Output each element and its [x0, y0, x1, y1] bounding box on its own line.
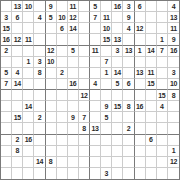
- cell-value: 11: [70, 3, 77, 10]
- cell-r8c16[interactable]: 10: [168, 79, 179, 90]
- cell-r13c7[interactable]: [68, 135, 79, 146]
- cell-r16c2[interactable]: [12, 168, 23, 179]
- cell-r4c7[interactable]: [68, 34, 79, 45]
- cell-r4c16[interactable]: 9: [168, 34, 179, 45]
- cell-r3c14[interactable]: [146, 23, 157, 34]
- cell-r7c5[interactable]: [46, 68, 57, 79]
- cell-r14c9[interactable]: [90, 146, 101, 157]
- cell-r2c16[interactable]: 13: [168, 12, 179, 23]
- cell-r9c6[interactable]: [57, 90, 68, 101]
- cell-r15c12[interactable]: [123, 157, 134, 168]
- cell-r14c14[interactable]: [146, 146, 157, 157]
- cell-r3c16[interactable]: 11: [168, 23, 179, 34]
- cell-r12c16[interactable]: [168, 123, 179, 134]
- cell-value: 9: [49, 3, 53, 10]
- cell-r11c10[interactable]: 5: [101, 112, 112, 123]
- cell-r4c15[interactable]: 1: [157, 34, 168, 45]
- cell-r10c3[interactable]: 14: [23, 101, 34, 112]
- cell-r4c6[interactable]: [57, 34, 68, 45]
- cell-r4c13[interactable]: [135, 34, 146, 45]
- cell-r11c15[interactable]: [157, 112, 168, 123]
- cell-value: 2: [60, 69, 64, 76]
- cell-r3c15[interactable]: [157, 23, 168, 34]
- cell-r4c3[interactable]: 11: [23, 34, 34, 45]
- cell-r8c13[interactable]: [135, 79, 146, 90]
- cell-r1c7[interactable]: 11: [68, 1, 79, 12]
- cell-r8c2[interactable]: 14: [12, 79, 23, 90]
- cell-r9c10[interactable]: [101, 90, 112, 101]
- cell-r12c7[interactable]: [68, 123, 79, 134]
- cell-r16c7[interactable]: [68, 168, 79, 179]
- cell-r9c7[interactable]: [68, 90, 79, 101]
- cell-r5c8[interactable]: [79, 46, 90, 57]
- cell-value: 4: [93, 80, 97, 87]
- cell-r1c11[interactable]: 16: [112, 1, 123, 12]
- cell-r10c7[interactable]: [68, 101, 79, 112]
- cell-r7c12[interactable]: [123, 68, 134, 79]
- cell-r3c9[interactable]: [90, 23, 101, 34]
- cell-value: 5: [104, 114, 108, 121]
- cell-r6c5[interactable]: 10: [46, 57, 57, 68]
- cell-r16c14[interactable]: [146, 168, 157, 179]
- cell-r11c1[interactable]: [1, 112, 12, 123]
- cell-r13c9[interactable]: [90, 135, 101, 146]
- cell-r12c1[interactable]: [1, 123, 12, 134]
- cell-r14c8[interactable]: [79, 146, 90, 157]
- cell-r9c3[interactable]: [23, 90, 34, 101]
- cell-r3c5[interactable]: [46, 23, 57, 34]
- cell-r4c1[interactable]: 16: [1, 34, 12, 45]
- cell-r16c4[interactable]: [34, 168, 45, 179]
- cell-value: 13: [92, 125, 99, 132]
- cell-r7c11[interactable]: 14: [112, 68, 123, 79]
- cell-r13c5[interactable]: [46, 135, 57, 146]
- cell-value: 15: [14, 114, 21, 121]
- cell-r12c11[interactable]: [112, 123, 123, 134]
- cell-r2c5[interactable]: 5: [46, 12, 57, 23]
- cell-r12c15[interactable]: [157, 123, 168, 134]
- cell-r11c8[interactable]: 7: [79, 112, 90, 123]
- cell-r15c9[interactable]: [90, 157, 101, 168]
- cell-r15c3[interactable]: [23, 157, 34, 168]
- cell-r13c10[interactable]: [101, 135, 112, 146]
- cell-r11c3[interactable]: [23, 112, 34, 123]
- cell-r4c5[interactable]: [46, 34, 57, 45]
- cell-r1c3[interactable]: 10: [23, 1, 34, 12]
- cell-r12c12[interactable]: 2: [123, 123, 134, 134]
- cell-r16c8[interactable]: [79, 168, 90, 179]
- cell-r11c7[interactable]: 9: [68, 112, 79, 123]
- cell-r1c15[interactable]: [157, 1, 168, 12]
- cell-r15c4[interactable]: 14: [34, 157, 45, 168]
- cell-r7c6[interactable]: 2: [57, 68, 68, 79]
- cell-r11c13[interactable]: [135, 112, 146, 123]
- cell-value: 14: [114, 69, 121, 76]
- cell-value: 8: [38, 69, 42, 76]
- cell-r2c1[interactable]: 3: [1, 12, 12, 23]
- cell-value: 12: [80, 92, 87, 99]
- cell-r1c16[interactable]: 4: [168, 1, 179, 12]
- cell-r8c1[interactable]: 7: [1, 79, 12, 90]
- cell-r2c6[interactable]: 10: [57, 12, 68, 23]
- cell-r15c6[interactable]: [57, 157, 68, 168]
- cell-r14c4[interactable]: [34, 146, 45, 157]
- cell-value: 6: [15, 14, 19, 21]
- cell-r14c10[interactable]: [101, 146, 112, 157]
- cell-r5c14[interactable]: 14: [146, 46, 157, 57]
- cell-r13c3[interactable]: 16: [23, 135, 34, 146]
- cell-r6c9[interactable]: [90, 57, 101, 68]
- cell-r3c13[interactable]: 12: [135, 23, 146, 34]
- cell-r14c2[interactable]: 8: [12, 146, 23, 157]
- cell-r3c11[interactable]: [112, 23, 123, 34]
- cell-r2c14[interactable]: [146, 12, 157, 23]
- cell-value: 3: [172, 69, 176, 76]
- cell-r9c9[interactable]: [90, 90, 101, 101]
- cell-r6c2[interactable]: [12, 57, 23, 68]
- cell-r7c1[interactable]: 5: [1, 68, 12, 79]
- cell-r13c4[interactable]: [34, 135, 45, 146]
- cell-r10c9[interactable]: [90, 101, 101, 112]
- cell-r4c8[interactable]: [79, 34, 90, 45]
- sudoku-page: 1310911516364364510127119131561410412111…: [0, 0, 180, 180]
- cell-value: 6: [149, 136, 153, 143]
- cell-r6c11[interactable]: [112, 57, 123, 68]
- cell-value: 3: [116, 47, 120, 54]
- cell-r1c12[interactable]: 3: [123, 1, 134, 12]
- cell-r11c2[interactable]: 15: [12, 112, 23, 123]
- cell-r8c7[interactable]: 16: [68, 79, 79, 90]
- cell-value: 15: [114, 103, 121, 110]
- cell-r1c1[interactable]: [1, 1, 12, 12]
- cell-r13c13[interactable]: [135, 135, 146, 146]
- cell-value: 10: [47, 58, 54, 65]
- cell-r16c10[interactable]: 3: [101, 168, 112, 179]
- cell-r8c12[interactable]: 6: [123, 79, 134, 90]
- cell-r10c1[interactable]: [1, 101, 12, 112]
- cell-r10c5[interactable]: [46, 101, 57, 112]
- cell-r8c6[interactable]: [57, 79, 68, 90]
- cell-r1c13[interactable]: 6: [135, 1, 146, 12]
- cell-r15c10[interactable]: [101, 157, 112, 168]
- cell-r3c10[interactable]: 10: [101, 23, 112, 34]
- cell-r1c4[interactable]: [34, 1, 45, 12]
- sudoku-board: 1310911516364364510127119131561410412111…: [0, 0, 180, 180]
- cell-r4c12[interactable]: [123, 34, 134, 45]
- cell-r8c3[interactable]: [23, 79, 34, 90]
- cell-r8c9[interactable]: 4: [90, 79, 101, 90]
- cell-r15c8[interactable]: [79, 157, 90, 168]
- cell-r8c11[interactable]: 5: [112, 79, 123, 90]
- cell-value: 10: [25, 3, 32, 10]
- cell-r14c7[interactable]: [68, 146, 79, 157]
- cell-r11c11[interactable]: [112, 112, 123, 123]
- cell-r9c13[interactable]: [135, 90, 146, 101]
- cell-r16c3[interactable]: [23, 168, 34, 179]
- cell-r3c3[interactable]: [23, 23, 34, 34]
- cell-r5c7[interactable]: 5: [68, 46, 79, 57]
- cell-r1c5[interactable]: 9: [46, 1, 57, 12]
- cell-r9c15[interactable]: 15: [157, 90, 168, 101]
- cell-value: 16: [69, 80, 76, 87]
- cell-r12c8[interactable]: 8: [79, 123, 90, 134]
- cell-r14c1[interactable]: [1, 146, 12, 157]
- cell-r12c13[interactable]: [135, 123, 146, 134]
- cell-value: 8: [127, 103, 131, 110]
- cell-r8c14[interactable]: 15: [146, 79, 157, 90]
- cell-value: 10: [103, 25, 110, 32]
- cell-r12c14[interactable]: [146, 123, 157, 134]
- cell-r7c2[interactable]: 4: [12, 68, 23, 79]
- cell-r14c3[interactable]: [23, 146, 34, 157]
- cell-r5c4[interactable]: [34, 46, 45, 57]
- cell-r5c1[interactable]: 2: [1, 46, 12, 57]
- cell-r14c5[interactable]: [46, 146, 57, 157]
- cell-r2c8[interactable]: [79, 12, 90, 23]
- cell-value: 15: [103, 36, 110, 43]
- cell-r12c5[interactable]: [46, 123, 57, 134]
- cell-r2c13[interactable]: [135, 12, 146, 23]
- cell-r7c13[interactable]: 13: [135, 68, 146, 79]
- cell-value: 12: [14, 36, 21, 43]
- cell-r8c15[interactable]: [157, 79, 168, 90]
- cell-value: 1: [138, 47, 142, 54]
- cell-r4c9[interactable]: [90, 34, 101, 45]
- cell-r6c3[interactable]: 1: [23, 57, 34, 68]
- cell-r9c12[interactable]: [123, 90, 134, 101]
- cell-r5c13[interactable]: 1: [135, 46, 146, 57]
- cell-r2c15[interactable]: [157, 12, 168, 23]
- cell-r5c11[interactable]: 3: [112, 46, 123, 57]
- cell-r13c8[interactable]: [79, 135, 90, 146]
- cell-r7c3[interactable]: [23, 68, 34, 79]
- cell-value: 2: [127, 125, 131, 132]
- cell-r3c4[interactable]: [34, 23, 45, 34]
- cell-r1c6[interactable]: [57, 1, 68, 12]
- cell-r12c9[interactable]: 13: [90, 123, 101, 134]
- cell-r3c1[interactable]: 15: [1, 23, 12, 34]
- cell-r16c9[interactable]: [90, 168, 101, 179]
- cell-r11c9[interactable]: [90, 112, 101, 123]
- cell-r5c6[interactable]: [57, 46, 68, 57]
- cell-r16c16[interactable]: [168, 168, 179, 179]
- cell-r15c1[interactable]: [1, 157, 12, 168]
- cell-r15c13[interactable]: [135, 157, 146, 168]
- cell-r6c1[interactable]: [1, 57, 12, 68]
- cell-r16c12[interactable]: [123, 168, 134, 179]
- cell-r16c13[interactable]: [135, 168, 146, 179]
- cell-r6c10[interactable]: 7: [101, 57, 112, 68]
- cell-value: 2: [15, 136, 19, 143]
- cell-r5c2[interactable]: [12, 46, 23, 57]
- cell-r13c16[interactable]: [168, 135, 179, 146]
- cell-r13c14[interactable]: 6: [146, 135, 157, 146]
- cell-r15c15[interactable]: [157, 157, 168, 168]
- cell-value: 11: [147, 69, 154, 76]
- cell-value: 7: [104, 58, 108, 65]
- cell-r15c14[interactable]: [146, 157, 157, 168]
- cell-r6c12[interactable]: [123, 57, 134, 68]
- cell-r15c16[interactable]: 12: [168, 157, 179, 168]
- cell-r10c6[interactable]: [57, 101, 68, 112]
- cell-r16c15[interactable]: [157, 168, 168, 179]
- cell-r12c10[interactable]: [101, 123, 112, 134]
- cell-r15c11[interactable]: [112, 157, 123, 168]
- cell-r7c14[interactable]: 11: [146, 68, 157, 79]
- cell-r6c7[interactable]: [68, 57, 79, 68]
- cell-r2c9[interactable]: 7: [90, 12, 101, 23]
- cell-r8c4[interactable]: [34, 79, 45, 90]
- cell-r8c5[interactable]: [46, 79, 57, 90]
- cell-r11c16[interactable]: [168, 112, 179, 123]
- cell-r9c5[interactable]: [46, 90, 57, 101]
- cell-r9c11[interactable]: [112, 90, 123, 101]
- cell-value: 5: [4, 69, 8, 76]
- cell-r8c10[interactable]: [101, 79, 112, 90]
- cell-r9c8[interactable]: 12: [79, 90, 90, 101]
- cell-r11c14[interactable]: [146, 112, 157, 123]
- cell-r13c1[interactable]: [1, 135, 12, 146]
- cell-r4c11[interactable]: 13: [112, 34, 123, 45]
- cell-r2c12[interactable]: 9: [123, 12, 134, 23]
- cell-r1c10[interactable]: [101, 1, 112, 12]
- cell-r11c6[interactable]: [57, 112, 68, 123]
- cell-r10c15[interactable]: 4: [157, 101, 168, 112]
- cell-r6c15[interactable]: [157, 57, 168, 68]
- cell-r13c15[interactable]: [157, 135, 168, 146]
- cell-r2c4[interactable]: 4: [34, 12, 45, 23]
- cell-r10c14[interactable]: [146, 101, 157, 112]
- cell-r3c8[interactable]: [79, 23, 90, 34]
- cell-value: 4: [38, 14, 42, 21]
- cell-r1c9[interactable]: 5: [90, 1, 101, 12]
- cell-r3c6[interactable]: 6: [57, 23, 68, 34]
- cell-r12c3[interactable]: [23, 123, 34, 134]
- cell-r3c12[interactable]: 4: [123, 23, 134, 34]
- cell-r9c16[interactable]: 8: [168, 90, 179, 101]
- cell-r9c1[interactable]: [1, 90, 12, 101]
- cell-r14c11[interactable]: [112, 146, 123, 157]
- cell-r2c3[interactable]: [23, 12, 34, 23]
- cell-value: 5: [116, 80, 120, 87]
- cell-value: 9: [127, 14, 131, 21]
- cell-r7c8[interactable]: [79, 68, 90, 79]
- cell-r10c12[interactable]: 8: [123, 101, 134, 112]
- cell-r11c12[interactable]: [123, 112, 134, 123]
- cell-value: 9: [172, 36, 176, 43]
- cell-r9c2[interactable]: [12, 90, 23, 101]
- cell-r4c2[interactable]: 12: [12, 34, 23, 45]
- cell-r7c7[interactable]: [68, 68, 79, 79]
- cell-r10c13[interactable]: 16: [135, 101, 146, 112]
- cell-r5c15[interactable]: 7: [157, 46, 168, 57]
- cell-r7c9[interactable]: [90, 68, 101, 79]
- cell-r15c5[interactable]: 8: [46, 157, 57, 168]
- cell-r14c12[interactable]: [123, 146, 134, 157]
- cell-r10c10[interactable]: 9: [101, 101, 112, 112]
- cell-r14c16[interactable]: 1: [168, 146, 179, 157]
- cell-r4c14[interactable]: [146, 34, 157, 45]
- cell-r16c5[interactable]: [46, 168, 57, 179]
- cell-r3c2[interactable]: [12, 23, 23, 34]
- cell-r10c2[interactable]: [12, 101, 23, 112]
- cell-value: 16: [170, 47, 177, 54]
- cell-r11c5[interactable]: [46, 112, 57, 123]
- cell-r12c4[interactable]: [34, 123, 45, 134]
- cell-r8c8[interactable]: [79, 79, 90, 90]
- cell-r3c7[interactable]: 14: [68, 23, 79, 34]
- cell-r2c10[interactable]: 11: [101, 12, 112, 23]
- cell-r2c2[interactable]: 6: [12, 12, 23, 23]
- cell-r16c11[interactable]: [112, 168, 123, 179]
- cell-r13c6[interactable]: [57, 135, 68, 146]
- cell-r15c2[interactable]: [12, 157, 23, 168]
- cell-r13c11[interactable]: [112, 135, 123, 146]
- cell-r5c5[interactable]: 12: [46, 46, 57, 57]
- cell-value: 8: [172, 92, 176, 99]
- cell-r10c4[interactable]: [34, 101, 45, 112]
- cell-r15c7[interactable]: [68, 157, 79, 168]
- cell-r13c2[interactable]: 2: [12, 135, 23, 146]
- cell-value: 13: [125, 47, 132, 54]
- cell-r2c7[interactable]: 12: [68, 12, 79, 23]
- cell-r5c12[interactable]: 13: [123, 46, 134, 57]
- cell-r1c8[interactable]: [79, 1, 90, 12]
- cell-r12c2[interactable]: [12, 123, 23, 134]
- cell-r13c12[interactable]: [123, 135, 134, 146]
- cell-r6c14[interactable]: [146, 57, 157, 68]
- cell-r12c6[interactable]: [57, 123, 68, 134]
- cell-r6c4[interactable]: 3: [34, 57, 45, 68]
- cell-r6c16[interactable]: [168, 57, 179, 68]
- cell-r6c13[interactable]: [135, 57, 146, 68]
- cell-r7c4[interactable]: 8: [34, 68, 45, 79]
- cell-r7c16[interactable]: 3: [168, 68, 179, 79]
- cell-r6c8[interactable]: [79, 57, 90, 68]
- cell-r4c10[interactable]: 15: [101, 34, 112, 45]
- cell-r2c11[interactable]: [112, 12, 123, 23]
- cell-value: 1: [27, 58, 31, 65]
- cell-r14c6[interactable]: [57, 146, 68, 157]
- cell-r11c4[interactable]: 2: [34, 112, 45, 123]
- cell-r14c15[interactable]: [157, 146, 168, 157]
- cell-r16c6[interactable]: [57, 168, 68, 179]
- cell-value: 4: [160, 103, 164, 110]
- cell-value: 16: [136, 103, 143, 110]
- cell-r6c6[interactable]: [57, 57, 68, 68]
- cell-r16c1[interactable]: [1, 168, 12, 179]
- cell-value: 5: [49, 14, 53, 21]
- cell-value: 7: [82, 114, 86, 121]
- cell-r1c14[interactable]: [146, 1, 157, 12]
- cell-r1c2[interactable]: 13: [12, 1, 23, 12]
- cell-r5c10[interactable]: [101, 46, 112, 57]
- cell-r7c10[interactable]: 1: [101, 68, 112, 79]
- cell-r10c11[interactable]: 15: [112, 101, 123, 112]
- cell-r10c8[interactable]: [79, 101, 90, 112]
- cell-r7c15[interactable]: [157, 68, 168, 79]
- cell-value: 15: [3, 25, 10, 32]
- cell-r5c9[interactable]: 11: [90, 46, 101, 57]
- cell-value: 3: [127, 3, 131, 10]
- cell-r5c3[interactable]: [23, 46, 34, 57]
- cell-r9c14[interactable]: [146, 90, 157, 101]
- cell-r5c16[interactable]: 16: [168, 46, 179, 57]
- cell-r10c16[interactable]: [168, 101, 179, 112]
- cell-r4c4[interactable]: [34, 34, 45, 45]
- cell-r14c13[interactable]: [135, 146, 146, 157]
- cell-r9c4[interactable]: [34, 90, 45, 101]
